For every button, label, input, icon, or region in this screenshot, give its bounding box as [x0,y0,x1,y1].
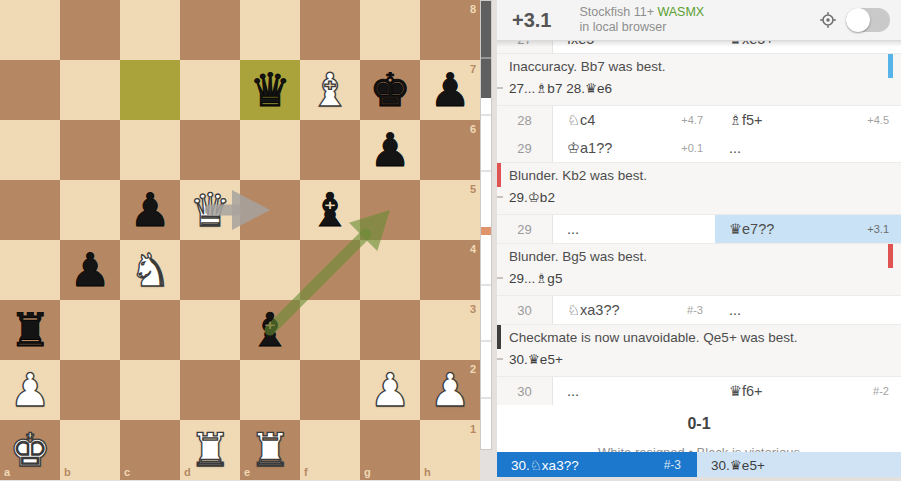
move-row-29: 29♔a1??+0.1... [497,134,901,162]
square-g3[interactable] [360,300,420,360]
square-g1[interactable]: g [360,420,420,480]
file-label-f: f [304,466,308,478]
piece-wR-d1[interactable]: ♜ [180,420,240,480]
square-f8[interactable] [300,0,360,60]
variation-text: 29...♗g5 [509,271,562,286]
square-h5[interactable]: 5 [420,180,480,240]
square-a7[interactable] [0,60,60,120]
variation-line[interactable]: 29...♗g5 [497,268,901,296]
rank-label-6: 6 [470,123,476,135]
square-d3[interactable] [180,300,240,360]
square-f4[interactable] [300,240,360,300]
black-move-cell[interactable]: ... [715,134,901,162]
square-b1[interactable]: b [60,420,120,480]
piece-bB-f5[interactable]: ♝ [300,180,360,240]
square-c6[interactable] [120,120,180,180]
engine-toggle[interactable] [846,8,890,32]
piece-wQ-d5[interactable]: ♛ [180,180,240,240]
square-e4[interactable] [240,240,300,300]
square-f7[interactable]: ♝ [300,60,360,120]
result-status: White resigned • Black is victorious [497,445,901,452]
gauge-tick [481,114,491,116]
square-g4[interactable] [360,240,420,300]
gauge-tick [481,170,491,172]
square-e6[interactable] [240,120,300,180]
engine-name: Stockfish 11+ [579,5,653,19]
black-move-cell[interactable]: ♗f5++4.5 [715,106,901,134]
engine-info: Stockfish 11+ WASMX in local browser [579,5,704,35]
white-move-cell[interactable]: fxe5 [553,40,715,53]
square-e5[interactable] [240,180,300,240]
rank-label-8: 8 [470,3,476,15]
target-icon[interactable] [819,11,837,29]
square-h1[interactable]: 1h [420,420,480,480]
square-c3[interactable] [120,300,180,360]
square-a2[interactable]: ♟ [0,360,60,420]
white-move-san: ♘c4 [567,112,595,128]
white-move-cell[interactable]: ♔a1??+0.1 [553,134,715,162]
square-b4[interactable]: ♟ [60,240,120,300]
square-e8[interactable] [240,0,300,60]
square-d6[interactable] [180,120,240,180]
bottom-move-bar: 30.♘xa3?? #-3 30.♛e5+ [497,452,901,477]
black-move-san: ♗f5+ [729,112,763,128]
judgment-comment: Blunder. Bg5 was best. [497,243,901,268]
square-a8[interactable] [0,0,60,60]
judgment-text: Checkmate is now unavoidable. Qe5+ was b… [509,330,798,345]
white-move-san: fxe5 [567,40,594,47]
game-result: 0-1White resigned • Black is victorious [497,405,901,452]
square-b7[interactable] [60,60,120,120]
judgment-comment: Inaccuracy. Bb7 was best. [497,53,901,78]
white-move-cell[interactable]: ♘xa3??#-3 [553,296,715,324]
piece-wP-h2[interactable]: ♟ [420,360,480,420]
square-a6[interactable] [0,120,60,180]
judgment-bar [888,244,893,268]
variation-text: 29.♔b2 [509,190,555,205]
move-row-30: 30♘xa3??#-3... [497,296,901,324]
variation-dash [497,358,503,360]
square-e2[interactable] [240,360,300,420]
move-number: 27 [497,40,553,53]
square-a4[interactable] [0,240,60,300]
white-move-san: ... [567,221,579,237]
black-move-eval: #-2 [873,385,889,397]
variation-dash [497,196,503,198]
rank-label-1: 1 [470,423,476,435]
white-move-eval: +4.7 [681,114,703,126]
white-move-san: ... [567,383,579,399]
square-e1[interactable]: e♜ [240,420,300,480]
square-h2[interactable]: 2♟ [420,360,480,420]
piece-wB-f7[interactable]: ♝ [300,60,360,120]
file-label-b: b [64,466,71,478]
black-move-eval: +3.1 [867,223,889,235]
square-e7[interactable]: ♛ [240,60,300,120]
judgment-text: Blunder. Bg5 was best. [509,249,647,264]
square-c1[interactable]: c [120,420,180,480]
square-b2[interactable] [60,360,120,420]
piece-bB-e3[interactable]: ♝ [240,300,300,360]
eval-gauge [480,0,492,450]
square-a3[interactable]: ♜ [0,300,60,360]
piece-wP-a2[interactable]: ♟ [0,360,60,420]
gauge-tick [481,57,491,59]
square-d4[interactable] [180,240,240,300]
analysis-panel: +3.1 Stockfish 11+ WASMX in local browse… [497,0,901,477]
square-a5[interactable] [0,180,60,240]
move-number: 30 [497,377,553,405]
judgment-comment: Blunder. Kb2 was best. [497,162,901,187]
best-move-label: 30.♛e5+ [711,457,765,473]
white-move-eval: +0.1 [681,142,703,154]
piece-bP-h7[interactable]: ♟ [420,60,480,120]
square-c7[interactable] [120,60,180,120]
black-move-cell[interactable]: ♛f6+#-2 [715,377,901,405]
black-move-cell[interactable]: ♛xe5+ [715,40,901,53]
square-c8[interactable] [120,0,180,60]
judgment-bar [497,325,501,349]
square-b8[interactable] [60,0,120,60]
square-h6[interactable]: 6 [420,120,480,180]
black-move-eval: +4.5 [867,114,889,126]
black-move-san: ... [729,140,741,156]
rank-label-4: 4 [470,243,476,255]
variation-dash [497,87,503,89]
piece-bQ-e7[interactable]: ♛ [240,60,300,120]
square-f1[interactable]: f [300,420,360,480]
black-move-san: ♛xe5+ [729,40,774,47]
piece-wR-e1[interactable]: ♜ [240,420,300,480]
variation-line[interactable]: 29.♔b2 [497,187,901,215]
black-move-san: ♛f6+ [729,383,763,399]
piece-bK-g7[interactable]: ♚ [360,60,420,120]
current-move-eval: #-3 [664,458,681,472]
square-d7[interactable] [180,60,240,120]
white-move-eval: #-3 [687,304,703,316]
judgment-bar [497,163,501,187]
move-list: 27fxe5♛xe5+Inaccuracy. Bb7 was best.27..… [497,40,901,452]
square-c4[interactable]: ♞ [120,240,180,300]
move-row-29: 29...♛e7??+3.1 [497,215,901,243]
variation-line[interactable]: 30.♛e5+ [497,349,901,377]
white-move-san: ♘xa3?? [567,302,620,318]
engine-location: in local browser [579,20,704,35]
square-h3[interactable]: 3 [420,300,480,360]
square-e3[interactable]: ♝ [240,300,300,360]
square-d5[interactable]: ♛ [180,180,240,240]
black-move-san: ... [729,302,741,318]
move-number: 29 [497,215,553,243]
square-d1[interactable]: d♜ [180,420,240,480]
result-score: 0-1 [497,415,901,433]
square-b5[interactable] [60,180,120,240]
square-h4[interactable]: 4 [420,240,480,300]
rank-label-3: 3 [470,303,476,315]
square-c2[interactable] [120,360,180,420]
square-b3[interactable] [60,300,120,360]
black-move-san: ♛e7?? [729,221,774,237]
square-h8[interactable]: 8 [420,0,480,60]
engine-header: +3.1 Stockfish 11+ WASMX in local browse… [497,0,901,41]
engine-eval: +3.1 [512,9,551,32]
engine-toggle-knob[interactable] [846,8,870,32]
variation-dash [497,277,503,279]
piece-wP-g2[interactable]: ♟ [360,360,420,420]
variation-text: 30.♛e5+ [509,352,563,367]
file-label-c: c [124,466,130,478]
judgment-text: Inaccuracy. Bb7 was best. [509,59,666,74]
judgment-comment: Checkmate is now unavoidable. Qe5+ was b… [497,324,901,349]
square-f3[interactable] [300,300,360,360]
square-c5[interactable]: ♟ [120,180,180,240]
square-f6[interactable] [300,120,360,180]
piece-bP-g6[interactable]: ♟ [360,120,420,180]
current-move-label: 30.♘xa3?? [511,457,579,473]
white-move-san: ♔a1?? [567,140,612,156]
file-label-g: g [364,466,371,478]
gauge-center-tick [481,227,491,235]
square-g7[interactable]: ♚ [360,60,420,120]
move-row-28: 28♘c4+4.7♗f5++4.5 [497,106,901,134]
move-number: 30 [497,296,553,324]
square-d2[interactable] [180,360,240,420]
variation-text: 27...♗b7 28.♛e6 [509,81,612,96]
engine-name-line: Stockfish 11+ WASMX [579,5,704,20]
move-number: 29 [497,134,553,162]
piece-wN-c4[interactable]: ♞ [120,240,180,300]
engine-tech: WASMX [657,5,704,19]
gauge-tick [481,284,491,286]
piece-wK-a1[interactable]: ♚ [0,420,60,480]
variation-line[interactable]: 27...♗b7 28.♛e6 [497,78,901,106]
black-move-cell[interactable]: ... [715,296,901,324]
current-move-tab[interactable]: 30.♘xa3?? #-3 [497,452,697,477]
move-row-27: 27fxe5♛xe5+ [497,40,901,53]
square-d8[interactable] [180,0,240,60]
best-move-tab[interactable]: 30.♛e5+ [697,452,901,477]
file-label-h: h [424,466,431,478]
gauge-black-section [481,1,491,98]
judgment-bar [888,54,893,78]
square-g5[interactable] [360,180,420,240]
chess-board: 8♛♝♚7♟♟6♟♛♝5♟♞4♜♝3♟♟2♟a♚bcd♜e♜fg1h [0,0,480,480]
square-b6[interactable] [60,120,120,180]
square-h7[interactable]: 7♟ [420,60,480,120]
white-move-cell[interactable]: ♘c4+4.7 [553,106,715,134]
move-row-30: 30...♛f6+#-2 [497,377,901,405]
piece-bR-a3[interactable]: ♜ [0,300,60,360]
white-move-cell[interactable]: ... [553,377,715,405]
square-g2[interactable]: ♟ [360,360,420,420]
square-a1[interactable]: a♚ [0,420,60,480]
square-g6[interactable]: ♟ [360,120,420,180]
black-move-cell[interactable]: ♛e7??+3.1 [715,215,901,243]
judgment-text: Blunder. Kb2 was best. [509,168,647,183]
move-number: 28 [497,106,553,134]
square-f5[interactable]: ♝ [300,180,360,240]
square-g8[interactable] [360,0,420,60]
piece-bP-c5[interactable]: ♟ [120,180,180,240]
gauge-tick [481,397,491,399]
white-move-cell[interactable]: ... [553,215,715,243]
square-f2[interactable] [300,360,360,420]
piece-bP-b4[interactable]: ♟ [60,240,120,300]
rank-label-5: 5 [470,183,476,195]
gauge-tick [481,340,491,342]
